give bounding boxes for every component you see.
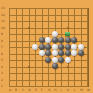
black-stone: [65, 44, 71, 50]
hoshi-point: [67, 66, 69, 68]
black-stone: [52, 63, 58, 69]
black-stone: [58, 50, 64, 56]
hoshi-point: [67, 27, 69, 29]
hoshi-point: [28, 66, 30, 68]
black-stone: [45, 50, 51, 56]
white-stone: [39, 50, 45, 56]
column-label: M: [80, 88, 83, 91]
column-label: B: [15, 88, 17, 91]
hoshi-point: [28, 27, 30, 29]
column-label: H: [54, 88, 56, 91]
black-stone: [58, 57, 64, 63]
go-board[interactable]: 13121110987654321ABCDEFGHJKLMN: [0, 0, 93, 93]
black-stone: [71, 37, 77, 43]
white-stone: [71, 50, 77, 56]
column-label: F: [41, 88, 43, 91]
white-stone: [52, 31, 58, 37]
black-stone: [45, 44, 51, 50]
row-label: 4: [1, 65, 3, 68]
black-stone: [65, 37, 71, 43]
column-label: L: [73, 88, 75, 91]
row-label: 12: [1, 13, 5, 16]
grid-line-horizontal: [9, 67, 88, 68]
row-label: 7: [1, 46, 3, 49]
black-stone: [58, 44, 64, 50]
column-label: C: [22, 88, 24, 91]
column-label: D: [28, 88, 30, 91]
white-stone: [52, 44, 58, 50]
row-label: 13: [1, 7, 5, 10]
column-label: G: [48, 88, 50, 91]
black-stone: [78, 50, 84, 56]
white-stone: [65, 57, 71, 63]
board-edge-shadow: [88, 8, 89, 87]
grid-line-horizontal: [9, 80, 88, 81]
white-stone: [45, 37, 51, 43]
row-label: 6: [1, 52, 3, 55]
black-stone: [39, 44, 45, 50]
black-stone: [52, 37, 58, 43]
white-stone: [52, 50, 58, 56]
white-stone: [52, 57, 58, 63]
row-label: 8: [1, 39, 3, 42]
black-stone: [45, 57, 51, 63]
column-label: J: [60, 88, 61, 91]
row-label: 3: [1, 72, 3, 75]
row-label: 1: [1, 85, 3, 88]
column-label: E: [34, 88, 36, 91]
row-label: 2: [1, 78, 3, 81]
white-stone: [32, 44, 38, 50]
row-label: 5: [1, 59, 3, 62]
green-square-marker: [65, 32, 70, 37]
black-stone: [58, 37, 64, 43]
go-app-screenshot: { "game": "go", "board_size": 13, "posit…: [0, 0, 93, 93]
column-label: K: [67, 88, 69, 91]
white-stone: [78, 44, 84, 50]
row-label: 9: [1, 33, 3, 36]
black-stone: [65, 50, 71, 56]
row-label: 11: [1, 20, 5, 23]
column-label: N: [87, 88, 89, 91]
column-label: A: [9, 88, 11, 91]
black-stone: [39, 37, 45, 43]
grid-line-horizontal: [9, 73, 88, 74]
white-stone: [71, 44, 77, 50]
row-label: 10: [1, 26, 5, 29]
